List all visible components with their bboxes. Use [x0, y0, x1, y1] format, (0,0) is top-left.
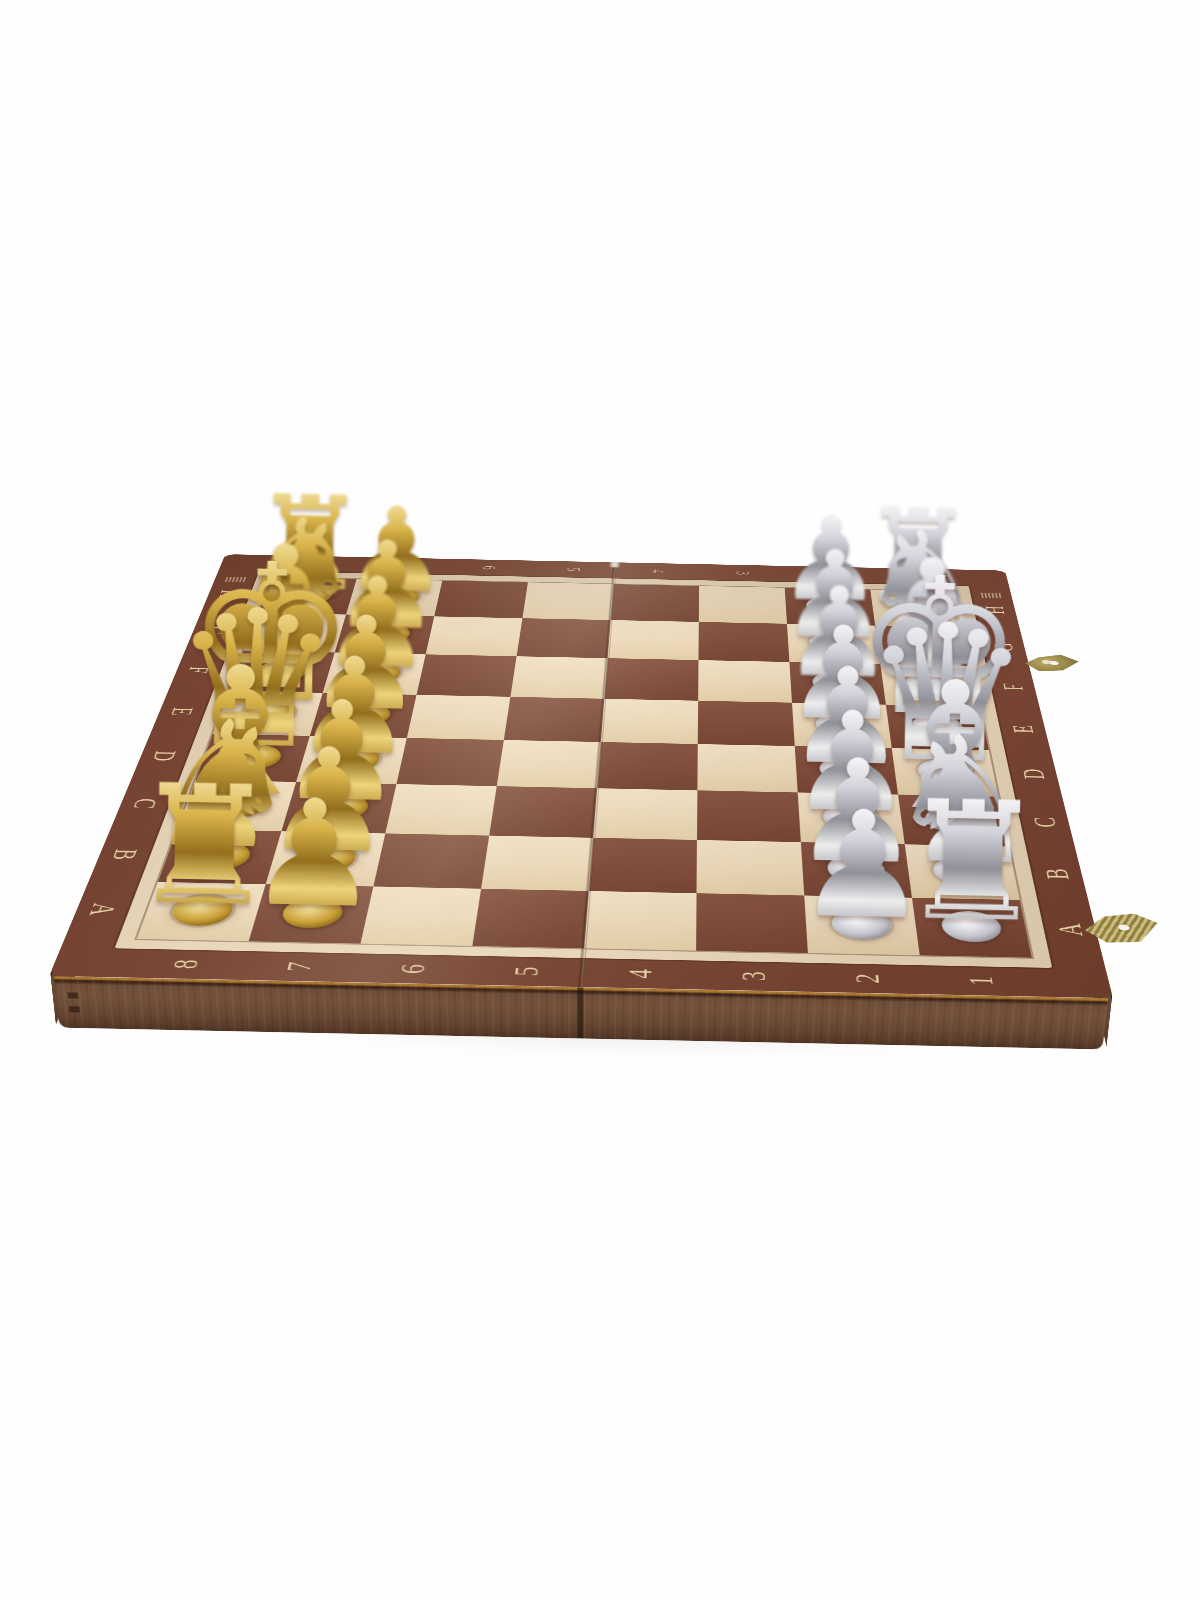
square-c5[interactable]	[489, 786, 597, 838]
square-f4[interactable]	[604, 658, 698, 701]
square-g5[interactable]	[517, 618, 611, 658]
square-a5[interactable]	[472, 889, 588, 949]
square-b5[interactable]	[481, 836, 593, 891]
square-d4[interactable]	[597, 742, 698, 790]
piece-black-gold-pawn-a7[interactable]: ♟	[227, 663, 402, 915]
square-h6[interactable]	[434, 581, 528, 619]
coord-label-far-4: 4	[648, 569, 666, 573]
square-b4[interactable]	[589, 838, 697, 893]
coord-label-near-7: 7	[279, 961, 317, 971]
coord-label-right-a: A	[1051, 922, 1088, 936]
coord-label-near-5: 5	[507, 966, 543, 976]
square-e5[interactable]	[504, 697, 604, 742]
camera-tilt: HH88GG77FF66EE55DD44CC33BB22AA11 ♜♟♟♜♞♟♟…	[0, 0, 1200, 1600]
square-f6[interactable]	[417, 654, 517, 696]
coord-label-far-5: 5	[563, 567, 582, 571]
photo-page: HH88GG77FF66EE55DD44CC33BB22AA11 ♜♟♟♜♞♟♟…	[0, 0, 1200, 1600]
square-a4[interactable]	[584, 891, 696, 951]
coord-label-near-8: 8	[165, 959, 203, 969]
square-h5[interactable]	[522, 582, 613, 620]
square-g6[interactable]	[426, 616, 523, 656]
square-g4[interactable]	[608, 620, 699, 660]
coord-label-far-3: 3	[732, 571, 750, 575]
square-e4[interactable]	[601, 699, 698, 744]
coord-label-far-6: 6	[478, 566, 497, 570]
piece-white-silver-rook-a1[interactable]: ♜	[886, 676, 1061, 928]
perspective-scene: HH88GG77FF66EE55DD44CC33BB22AA11 ♜♟♟♜♞♟♟…	[0, 0, 1200, 1600]
square-d5[interactable]	[497, 740, 601, 788]
square-f5[interactable]	[510, 656, 607, 698]
white-rook-glyph: ♜	[897, 784, 1047, 938]
chess-board: HH88GG77FF66EE55DD44CC33BB22AA11 ♜♟♟♜♞♟♟…	[49, 554, 1113, 998]
coord-label-near-1: 1	[962, 976, 999, 986]
coord-label-left-a: A	[84, 902, 123, 915]
black-pawn-glyph: ♟	[246, 786, 381, 924]
coord-label-near-4: 4	[621, 969, 657, 979]
square-h4[interactable]	[611, 584, 699, 622]
coord-label-near-3: 3	[735, 971, 770, 981]
coord-label-near-6: 6	[393, 964, 430, 974]
square-c4[interactable]	[593, 788, 697, 840]
coord-label-near-2: 2	[848, 973, 884, 983]
